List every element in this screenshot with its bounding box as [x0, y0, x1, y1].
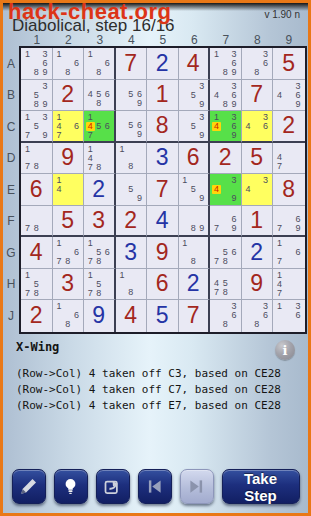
cell-A3[interactable]: 168 [84, 48, 116, 80]
row-label-B: B [3, 80, 19, 112]
cell-A4[interactable]: 7 [116, 48, 148, 80]
cell-B8[interactable]: 7 [242, 80, 274, 112]
pencil-button[interactable] [12, 469, 46, 504]
hint-lines: (Row->Col) 4 taken off C3, based on CE28… [16, 366, 266, 414]
cell-B3[interactable]: 4568 [84, 80, 116, 112]
cell-B9[interactable]: 3469 [273, 80, 305, 112]
cell-candidates: 18 [179, 237, 209, 268]
cell-B5[interactable]: 1 [147, 80, 179, 112]
col-label-6: 6 [179, 32, 211, 46]
cell-H4[interactable]: 18 [116, 269, 148, 301]
cell-candidates: 569 [116, 111, 147, 141]
cell-value: 5 [147, 300, 178, 332]
cell-F6[interactable]: 89 [179, 206, 211, 238]
cell-A9[interactable]: 5 [273, 48, 305, 80]
export-icon [102, 476, 123, 497]
cell-B7[interactable]: 34689 [210, 80, 242, 112]
cell-F1[interactable]: 78 [21, 206, 53, 238]
info-icon[interactable]: i [275, 340, 295, 360]
cell-F7[interactable]: 679 [210, 206, 242, 238]
row-label-F: F [3, 206, 19, 238]
cell-E5[interactable]: 7 [147, 174, 179, 206]
cell-J6[interactable]: 7 [179, 300, 211, 332]
step-back-button[interactable] [138, 469, 172, 504]
col-label-8: 8 [242, 32, 274, 46]
cell-candidates: 168 [84, 48, 114, 79]
cell-value: 2 [242, 237, 273, 268]
cell-F5[interactable]: 4 [147, 206, 179, 238]
cell-candidates: 4578 [210, 269, 241, 300]
cell-B4[interactable]: 569 [116, 80, 148, 112]
cell-candidates: 4568 [84, 80, 114, 111]
col-label-7: 7 [210, 32, 242, 46]
cell-value: 2 [210, 143, 241, 174]
watermark: hack-cheat.org [8, 0, 172, 25]
cell-G4[interactable]: 3 [116, 237, 148, 269]
cell-J7[interactable]: 368 [210, 300, 242, 332]
cell-B1[interactable]: 3589 [21, 80, 53, 112]
cell-B6[interactable]: 359 [179, 80, 211, 112]
cell-value: 7 [116, 48, 147, 79]
cell-value: 2 [53, 80, 84, 111]
cell-G8[interactable]: 2 [242, 237, 274, 269]
cell-candidates: 13689 [21, 48, 52, 79]
cell-candidates: 78 [21, 206, 52, 236]
cell-E6[interactable]: 159 [179, 174, 211, 206]
cell-C6[interactable]: 359 [179, 111, 211, 143]
lightbulb-icon [60, 476, 81, 497]
cell-E2[interactable]: 14 [53, 174, 85, 206]
cell-candidates: 18 [116, 143, 147, 174]
cell-value: 4 [21, 237, 52, 268]
cell-D3[interactable]: 1478 [84, 143, 116, 175]
cell-candidates: 18 [116, 269, 147, 300]
cell-E9[interactable]: 8 [273, 174, 305, 206]
col-label-9: 9 [273, 32, 305, 46]
cell-value: 3 [116, 237, 147, 268]
cell-value: 9 [242, 269, 273, 300]
cell-D7[interactable]: 2 [210, 143, 242, 175]
cell-value: 5 [273, 48, 305, 79]
cell-candidates: 13469 [210, 111, 241, 141]
cell-value: 2 [116, 206, 147, 236]
cell-J3[interactable]: 9 [84, 300, 116, 332]
row-label-J: J [3, 300, 19, 332]
row-label-E: E [3, 174, 19, 206]
sudoku-board: 123456789 ABCDEFGHJ 13689168168724136893… [3, 32, 307, 334]
row-label-C: C [3, 111, 19, 143]
cell-candidates: 136 [273, 300, 305, 332]
cell-F8[interactable]: 1 [242, 206, 274, 238]
cell-value: 2 [147, 48, 178, 79]
cell-G7[interactable]: 5678 [210, 237, 242, 269]
cell-C2[interactable]: 1467 [53, 111, 85, 143]
cell-E1[interactable]: 6 [21, 174, 53, 206]
cell-G3[interactable]: 15678 [84, 237, 116, 269]
cell-value: 4 [179, 48, 209, 79]
cell-candidates: 1578 [84, 269, 114, 300]
cell-value: 7 [179, 300, 209, 332]
cell-candidates: 168 [53, 300, 84, 332]
cell-candidates: 147 [273, 269, 305, 300]
cell-F4[interactable]: 2 [116, 206, 148, 238]
cell-candidates: 1478 [84, 143, 114, 174]
cell-H5[interactable]: 6 [147, 269, 179, 301]
cell-candidates: 368 [210, 300, 241, 332]
hint-bulb-button[interactable] [54, 469, 88, 504]
cell-value: 8 [273, 174, 305, 205]
cell-candidates: 1578 [21, 269, 52, 300]
cell-A2[interactable]: 168 [53, 48, 85, 80]
cell-value: 3 [84, 206, 114, 236]
cell-candidates: 89 [179, 206, 209, 236]
cell-D6[interactable]: 6 [179, 143, 211, 175]
cell-F3[interactable]: 3 [84, 206, 116, 238]
cell-candidates: 34 [242, 174, 273, 205]
cell-value: 5 [53, 206, 84, 236]
cell-value: 9 [84, 300, 114, 332]
cell-E3[interactable]: 2 [84, 174, 116, 206]
step-forward-button[interactable] [180, 469, 214, 504]
cell-value: 4 [147, 206, 178, 236]
cell-value: 5 [242, 143, 273, 174]
cell-J5[interactable]: 5 [147, 300, 179, 332]
cell-A5[interactable]: 2 [147, 48, 179, 80]
hint-panel: X-Wing (Row->Col) 4 taken off C3, based … [16, 340, 266, 414]
cell-H2[interactable]: 3 [53, 269, 85, 301]
cell-D4[interactable]: 18 [116, 143, 148, 175]
cell-candidates: 15678 [84, 237, 114, 268]
cell-C9[interactable]: 2 [273, 111, 305, 143]
cell-J9[interactable]: 136 [273, 300, 305, 332]
cell-C1[interactable]: 13579 [21, 111, 53, 143]
cell-value: 2 [273, 111, 305, 141]
cell-value: 4 [116, 300, 147, 332]
toolbar: Take Step [3, 469, 308, 504]
cell-value: 7 [242, 80, 273, 111]
take-step-button[interactable]: Take Step [222, 469, 300, 504]
cell-value: 9 [147, 237, 178, 268]
cell-value: 9 [53, 143, 84, 174]
cell-candidates: 346 [242, 111, 273, 141]
cell-G5[interactable]: 9 [147, 237, 179, 269]
hint-technique: X-Wing [16, 340, 266, 354]
cell-H6[interactable]: 2 [179, 269, 211, 301]
cell-A1[interactable]: 13689 [21, 48, 53, 80]
cell-E8[interactable]: 34 [242, 174, 274, 206]
cell-candidates: 13689 [210, 48, 241, 79]
cell-candidates: 3589 [21, 80, 52, 111]
cell-J2[interactable]: 168 [53, 300, 85, 332]
row-label-G: G [3, 237, 19, 269]
cell-candidates: 349 [210, 174, 241, 205]
cell-G2[interactable]: 1678 [53, 237, 85, 269]
cell-value: 2 [179, 269, 209, 300]
cell-candidates: 178 [21, 143, 52, 174]
cell-G6[interactable]: 18 [179, 237, 211, 269]
cell-C5[interactable]: 8 [147, 111, 179, 143]
cell-J4[interactable]: 4 [116, 300, 148, 332]
cell-H7[interactable]: 4578 [210, 269, 242, 301]
cell-candidates: 359 [179, 111, 209, 141]
skip-to-end-icon [186, 476, 207, 497]
row-label-H: H [3, 269, 19, 301]
cell-value: 2 [84, 174, 114, 205]
cell-H1[interactable]: 1578 [21, 269, 53, 301]
cell-candidates: 1467 [53, 111, 84, 141]
cell-C4[interactable]: 569 [116, 111, 148, 143]
cell-candidates: 159 [179, 174, 209, 205]
cell-F2[interactable]: 5 [53, 206, 85, 238]
export-button[interactable] [96, 469, 130, 504]
cell-G9[interactable]: 167 [273, 237, 305, 269]
cell-candidates: 14567 [84, 111, 114, 141]
cell-H8[interactable]: 9 [242, 269, 274, 301]
row-labels: ABCDEFGHJ [3, 46, 19, 334]
skip-to-start-icon [144, 476, 165, 497]
hint-line: (Row->Col) 4 taken off C7, based on CE28 [16, 382, 266, 398]
cell-value: 6 [179, 143, 209, 174]
cell-candidates: 569 [116, 80, 147, 111]
cell-candidates: 47 [273, 143, 305, 174]
cell-candidates: 167 [273, 237, 305, 268]
cell-J1[interactable]: 2 [21, 300, 53, 332]
cell-D5[interactable]: 3 [147, 143, 179, 175]
pencil-icon [18, 476, 39, 497]
cell-E4[interactable]: 59 [116, 174, 148, 206]
cell-B2[interactable]: 2 [53, 80, 85, 112]
cell-A6[interactable]: 4 [179, 48, 211, 80]
cell-H3[interactable]: 1578 [84, 269, 116, 301]
cell-E7[interactable]: 349 [210, 174, 242, 206]
cell-C8[interactable]: 346 [242, 111, 274, 143]
hint-line: (Row->Col) 4 taken off C3, based on CE28 [16, 366, 266, 382]
cell-candidates: 168 [53, 48, 84, 79]
cell-J8[interactable]: 368 [242, 300, 274, 332]
cell-candidates: 679 [273, 206, 305, 236]
cell-candidates: 3469 [273, 80, 305, 111]
cell-value: 7 [147, 174, 178, 205]
sudoku-app: hack-cheat.org Diabolical, step 16/16 v … [0, 0, 311, 516]
cell-candidates: 34689 [210, 80, 241, 111]
cell-candidates: 59 [116, 174, 147, 205]
cell-value: 2 [21, 300, 52, 332]
cell-value: 6 [21, 174, 52, 205]
cell-value: 6 [147, 269, 178, 300]
cell-D1[interactable]: 178 [21, 143, 53, 175]
cell-A8[interactable]: 368 [242, 48, 274, 80]
cell-candidates: 359 [179, 80, 209, 111]
cell-candidates: 13579 [21, 111, 52, 141]
cell-value: 1 [242, 206, 273, 236]
sudoku-grid: 1368916816872413689368535892456856913593… [19, 46, 307, 334]
cell-value: 3 [147, 143, 178, 174]
cell-candidates: 368 [242, 48, 273, 79]
cell-C7[interactable]: 13469 [210, 111, 242, 143]
cell-H9[interactable]: 147 [273, 269, 305, 301]
cell-value: 1 [147, 80, 178, 111]
cell-D2[interactable]: 9 [53, 143, 85, 175]
cell-C3[interactable]: 14567 [84, 111, 116, 143]
cell-candidates: 679 [210, 206, 241, 236]
cell-F9[interactable]: 679 [273, 206, 305, 238]
cell-value: 3 [53, 269, 84, 300]
cell-D9[interactable]: 47 [273, 143, 305, 175]
cell-D8[interactable]: 5 [242, 143, 274, 175]
cell-candidates: 5678 [210, 237, 241, 268]
row-label-D: D [3, 143, 19, 175]
cell-G1[interactable]: 4 [21, 237, 53, 269]
row-label-A: A [3, 48, 19, 80]
cell-candidates: 368 [242, 300, 273, 332]
cell-candidates: 14 [53, 174, 84, 205]
cell-candidates: 1678 [53, 237, 84, 268]
cell-A7[interactable]: 13689 [210, 48, 242, 80]
hint-line: (Row->Col) 4 taken off E7, based on CE28 [16, 398, 266, 414]
cell-value: 8 [147, 111, 178, 141]
